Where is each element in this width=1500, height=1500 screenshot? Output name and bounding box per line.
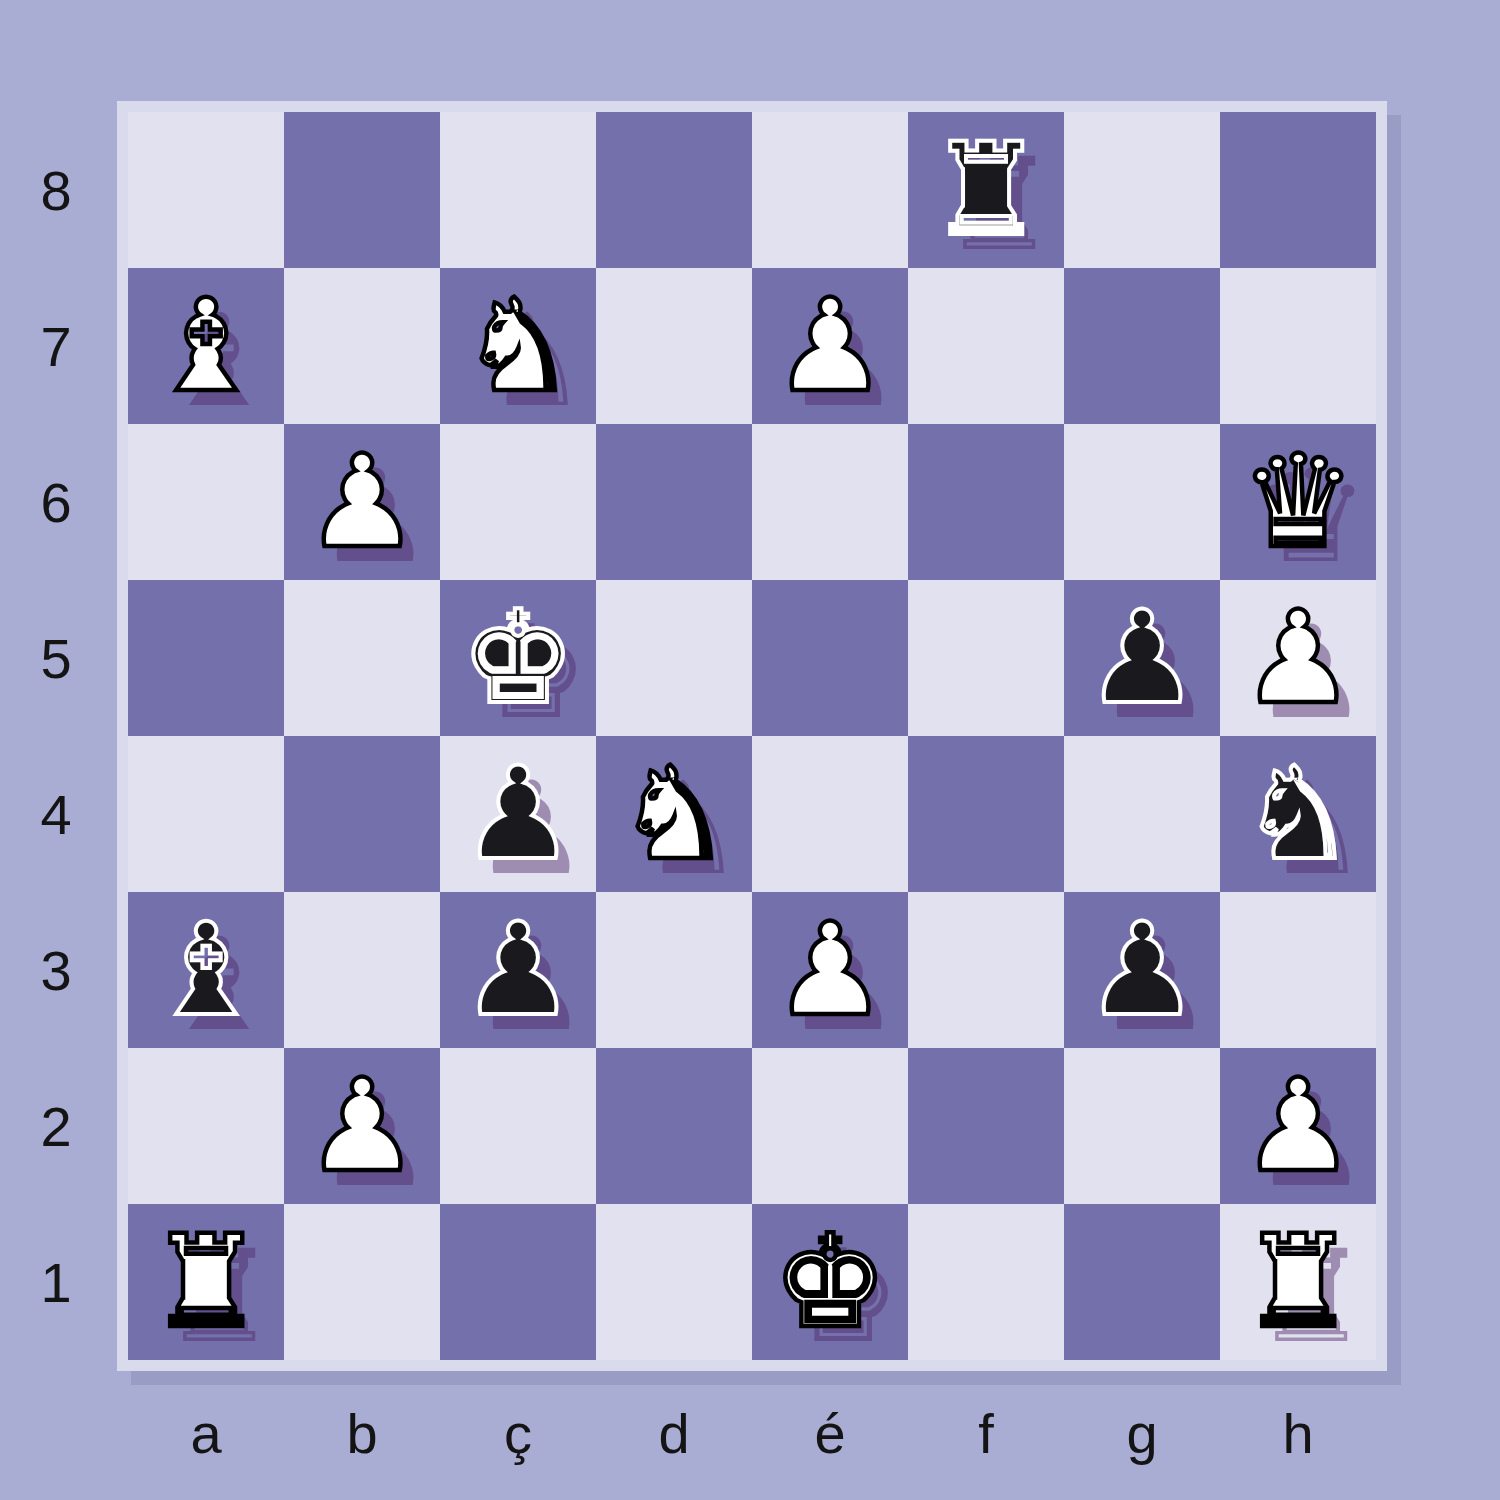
square-d1[interactable] — [596, 1204, 752, 1360]
square-c4[interactable]: ♟ — [440, 736, 596, 892]
square-h1[interactable]: ♜ — [1220, 1204, 1376, 1360]
square-b6[interactable]: ♟ — [284, 424, 440, 580]
square-h4[interactable]: ♞ — [1220, 736, 1376, 892]
rank-label-8: 8 — [0, 112, 112, 268]
piece-white-queen[interactable]: ♛ — [1241, 424, 1356, 580]
square-c3[interactable]: ♟ — [440, 892, 596, 1048]
square-e3[interactable]: ♟ — [752, 892, 908, 1048]
square-b8[interactable] — [284, 112, 440, 268]
piece-white-pawn[interactable]: ♟ — [1241, 1048, 1356, 1204]
board-grid: ♜♝♞♟♟♛♚♟♟♟♞♞♝♟♟♟♟♟♜♚♜ — [128, 112, 1376, 1360]
square-c7[interactable]: ♞ — [440, 268, 596, 424]
square-b7[interactable] — [284, 268, 440, 424]
square-h7[interactable] — [1220, 268, 1376, 424]
file-label-a: a — [128, 1388, 284, 1478]
square-e6[interactable] — [752, 424, 908, 580]
square-h5[interactable]: ♟ — [1220, 580, 1376, 736]
piece-black-pawn[interactable]: ♟ — [461, 736, 576, 892]
rank-label-6: 6 — [0, 424, 112, 580]
file-label-g: g — [1064, 1388, 1220, 1478]
square-e1[interactable]: ♚ — [752, 1204, 908, 1360]
square-a6[interactable] — [128, 424, 284, 580]
piece-white-knight[interactable]: ♞ — [461, 268, 576, 424]
piece-white-rook[interactable]: ♜ — [149, 1204, 264, 1360]
square-f7[interactable] — [908, 268, 1064, 424]
file-label-c: ç — [440, 1388, 596, 1478]
square-a8[interactable] — [128, 112, 284, 268]
square-d6[interactable] — [596, 424, 752, 580]
rank-label-3: 3 — [0, 892, 112, 1048]
piece-white-pawn[interactable]: ♟ — [305, 424, 420, 580]
square-f6[interactable] — [908, 424, 1064, 580]
rank-labels: 8 7 6 5 4 3 2 1 — [0, 112, 112, 1360]
square-f3[interactable] — [908, 892, 1064, 1048]
square-a2[interactable] — [128, 1048, 284, 1204]
square-b2[interactable]: ♟ — [284, 1048, 440, 1204]
square-e7[interactable]: ♟ — [752, 268, 908, 424]
square-h2[interactable]: ♟ — [1220, 1048, 1376, 1204]
piece-black-pawn[interactable]: ♟ — [1085, 580, 1200, 736]
square-a1[interactable]: ♜ — [128, 1204, 284, 1360]
square-a4[interactable] — [128, 736, 284, 892]
square-g1[interactable] — [1064, 1204, 1220, 1360]
square-a5[interactable] — [128, 580, 284, 736]
square-g4[interactable] — [1064, 736, 1220, 892]
square-g8[interactable] — [1064, 112, 1220, 268]
file-labels: a b ç d é f g h — [128, 1388, 1376, 1478]
square-h3[interactable] — [1220, 892, 1376, 1048]
rank-label-7: 7 — [0, 268, 112, 424]
square-b3[interactable] — [284, 892, 440, 1048]
piece-black-pawn[interactable]: ♟ — [461, 892, 576, 1048]
square-e8[interactable] — [752, 112, 908, 268]
piece-black-king[interactable]: ♚ — [461, 580, 576, 736]
piece-white-pawn[interactable]: ♟ — [773, 892, 888, 1048]
piece-black-knight[interactable]: ♞ — [1241, 736, 1356, 892]
square-h8[interactable] — [1220, 112, 1376, 268]
square-f5[interactable] — [908, 580, 1064, 736]
square-h6[interactable]: ♛ — [1220, 424, 1376, 580]
square-c2[interactable] — [440, 1048, 596, 1204]
square-b5[interactable] — [284, 580, 440, 736]
square-f2[interactable] — [908, 1048, 1064, 1204]
square-e2[interactable] — [752, 1048, 908, 1204]
square-b1[interactable] — [284, 1204, 440, 1360]
square-a3[interactable]: ♝ — [128, 892, 284, 1048]
square-g2[interactable] — [1064, 1048, 1220, 1204]
square-f4[interactable] — [908, 736, 1064, 892]
square-g5[interactable]: ♟ — [1064, 580, 1220, 736]
square-c8[interactable] — [440, 112, 596, 268]
square-c1[interactable] — [440, 1204, 596, 1360]
piece-black-rook[interactable]: ♜ — [929, 112, 1044, 268]
file-label-f: f — [908, 1388, 1064, 1478]
piece-white-bishop[interactable]: ♝ — [149, 268, 264, 424]
square-a7[interactable]: ♝ — [128, 268, 284, 424]
square-e4[interactable] — [752, 736, 908, 892]
piece-white-knight[interactable]: ♞ — [617, 736, 732, 892]
square-c5[interactable]: ♚ — [440, 580, 596, 736]
piece-white-rook[interactable]: ♜ — [1241, 1204, 1356, 1360]
file-label-e: é — [752, 1388, 908, 1478]
square-g3[interactable]: ♟ — [1064, 892, 1220, 1048]
square-d3[interactable] — [596, 892, 752, 1048]
square-e5[interactable] — [752, 580, 908, 736]
piece-white-pawn[interactable]: ♟ — [1241, 580, 1356, 736]
square-g7[interactable] — [1064, 268, 1220, 424]
square-d4[interactable]: ♞ — [596, 736, 752, 892]
file-label-h: h — [1220, 1388, 1376, 1478]
square-d7[interactable] — [596, 268, 752, 424]
rank-label-4: 4 — [0, 736, 112, 892]
piece-black-pawn[interactable]: ♟ — [1085, 892, 1200, 1048]
rank-label-2: 2 — [0, 1048, 112, 1204]
file-label-d: d — [596, 1388, 752, 1478]
square-b4[interactable] — [284, 736, 440, 892]
square-f1[interactable] — [908, 1204, 1064, 1360]
piece-white-pawn[interactable]: ♟ — [305, 1048, 420, 1204]
square-g6[interactable] — [1064, 424, 1220, 580]
piece-white-pawn[interactable]: ♟ — [773, 268, 888, 424]
piece-white-king[interactable]: ♚ — [773, 1204, 888, 1360]
piece-black-bishop[interactable]: ♝ — [149, 892, 264, 1048]
square-f8[interactable]: ♜ — [908, 112, 1064, 268]
square-d8[interactable] — [596, 112, 752, 268]
square-d5[interactable] — [596, 580, 752, 736]
rank-label-1: 1 — [0, 1204, 112, 1360]
file-label-b: b — [284, 1388, 440, 1478]
square-c6[interactable] — [440, 424, 596, 580]
square-d2[interactable] — [596, 1048, 752, 1204]
chess-board: ♜♝♞♟♟♛♚♟♟♟♞♞♝♟♟♟♟♟♜♚♜ — [117, 101, 1387, 1371]
rank-label-5: 5 — [0, 580, 112, 736]
